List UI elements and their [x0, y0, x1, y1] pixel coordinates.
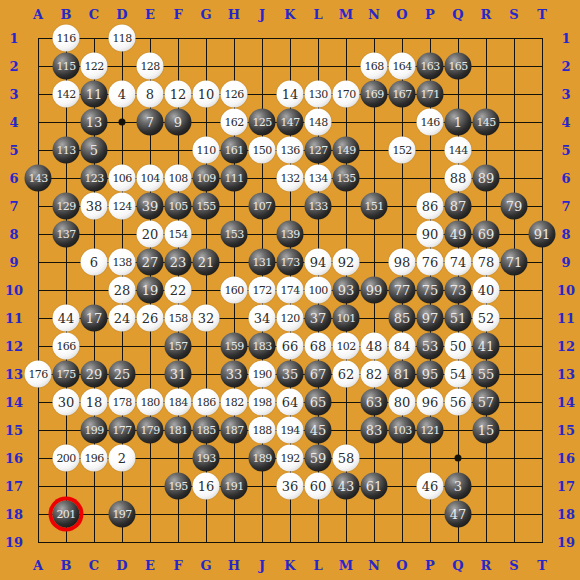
stone-C15[interactable]: 199 — [81, 417, 108, 444]
stone-H5[interactable]: 161 — [221, 137, 248, 164]
stone-E3[interactable]: 8 — [137, 81, 164, 108]
stone-D13[interactable]: 25 — [109, 361, 136, 388]
stone-D7[interactable]: 124 — [109, 193, 136, 220]
stone-N13[interactable]: 82 — [361, 361, 388, 388]
stone-D11[interactable]: 24 — [109, 305, 136, 332]
move-number: 50 — [450, 340, 467, 353]
move-number: 110 — [196, 145, 215, 156]
stone-H17[interactable]: 191 — [221, 473, 248, 500]
stone-Q18[interactable]: 47 — [445, 501, 472, 528]
move-number: 15 — [478, 424, 495, 437]
stone-M12[interactable]: 102 — [333, 333, 360, 360]
move-number: 106 — [112, 173, 131, 184]
stone-P7[interactable]: 86 — [417, 193, 444, 220]
stone-C3[interactable]: 11 — [81, 81, 108, 108]
move-number: 97 — [422, 312, 439, 325]
stone-H4[interactable]: 162 — [221, 109, 248, 136]
move-number: 126 — [224, 89, 243, 100]
stone-Q14[interactable]: 56 — [445, 389, 472, 416]
stone-H8[interactable]: 153 — [221, 221, 248, 248]
col-label-top-F: F — [173, 8, 182, 21]
stone-F12[interactable]: 157 — [165, 333, 192, 360]
stone-N7[interactable]: 151 — [361, 193, 388, 220]
stone-M6[interactable]: 135 — [333, 165, 360, 192]
stone-G9[interactable]: 21 — [193, 249, 220, 276]
stone-K16[interactable]: 192 — [277, 445, 304, 472]
stone-R15[interactable]: 15 — [473, 417, 500, 444]
stone-N10[interactable]: 99 — [361, 277, 388, 304]
col-label-top-C: C — [89, 8, 99, 21]
move-number: 163 — [420, 61, 439, 72]
stone-M5[interactable]: 149 — [333, 137, 360, 164]
stone-J4[interactable]: 125 — [249, 109, 276, 136]
stone-A13[interactable]: 176 — [25, 361, 52, 388]
row-label-left-16: 16 — [5, 452, 23, 465]
stone-P3[interactable]: 171 — [417, 81, 444, 108]
col-label-bottom-B: B — [61, 559, 72, 572]
stone-K10[interactable]: 174 — [277, 277, 304, 304]
stone-P9[interactable]: 76 — [417, 249, 444, 276]
stone-K12[interactable]: 66 — [277, 333, 304, 360]
stone-M11[interactable]: 101 — [333, 305, 360, 332]
col-label-top-M: M — [339, 8, 353, 21]
stone-R10[interactable]: 40 — [473, 277, 500, 304]
move-number: 56 — [450, 396, 467, 409]
stone-P13[interactable]: 95 — [417, 361, 444, 388]
move-number: 124 — [112, 201, 131, 212]
move-number: 131 — [252, 257, 271, 268]
stone-G5[interactable]: 110 — [193, 137, 220, 164]
move-number: 99 — [366, 284, 383, 297]
stone-C14[interactable]: 18 — [81, 389, 108, 416]
move-number: 6 — [90, 256, 98, 269]
stone-P2[interactable]: 163 — [417, 53, 444, 80]
stone-R12[interactable]: 41 — [473, 333, 500, 360]
row-label-right-15: 15 — [557, 424, 575, 437]
move-number: 142 — [56, 89, 75, 100]
move-number: 21 — [198, 256, 215, 269]
stone-L9[interactable]: 94 — [305, 249, 332, 276]
stone-C16[interactable]: 196 — [81, 445, 108, 472]
stone-D18[interactable]: 197 — [109, 501, 136, 528]
move-number: 157 — [168, 341, 187, 352]
col-label-top-B: B — [61, 8, 72, 21]
move-number: 60 — [310, 480, 327, 493]
stone-P4[interactable]: 146 — [417, 109, 444, 136]
row-label-right-10: 10 — [557, 284, 575, 297]
stone-K3[interactable]: 14 — [277, 81, 304, 108]
move-number: 128 — [140, 61, 159, 72]
stone-F8[interactable]: 154 — [165, 221, 192, 248]
stone-E8[interactable]: 20 — [137, 221, 164, 248]
stone-E6[interactable]: 104 — [137, 165, 164, 192]
stone-F4[interactable]: 9 — [165, 109, 192, 136]
stone-B11[interactable]: 44 — [53, 305, 80, 332]
stone-N12[interactable]: 48 — [361, 333, 388, 360]
col-label-top-R: R — [481, 8, 492, 21]
stone-L16[interactable]: 59 — [305, 445, 332, 472]
move-number: 96 — [422, 396, 439, 409]
move-number: 127 — [308, 145, 327, 156]
stone-P14[interactable]: 96 — [417, 389, 444, 416]
stone-F9[interactable]: 23 — [165, 249, 192, 276]
stone-B13[interactable]: 175 — [53, 361, 80, 388]
stone-L4[interactable]: 148 — [305, 109, 332, 136]
stone-M13[interactable]: 62 — [333, 361, 360, 388]
move-number: 84 — [394, 340, 411, 353]
stone-D6[interactable]: 106 — [109, 165, 136, 192]
move-number: 25 — [114, 368, 131, 381]
row-label-left-18: 18 — [5, 508, 23, 521]
stone-Q7[interactable]: 87 — [445, 193, 472, 220]
col-label-bottom-C: C — [89, 559, 99, 572]
move-number: 107 — [252, 201, 271, 212]
row-label-right-12: 12 — [557, 340, 575, 353]
stone-K4[interactable]: 147 — [277, 109, 304, 136]
move-number: 34 — [254, 312, 271, 325]
row-label-left-2: 2 — [9, 60, 18, 73]
move-number: 30 — [58, 396, 75, 409]
row-label-right-17: 17 — [557, 480, 575, 493]
stone-J5[interactable]: 150 — [249, 137, 276, 164]
stone-Q4[interactable]: 1 — [445, 109, 472, 136]
stone-C9[interactable]: 6 — [81, 249, 108, 276]
move-number: 182 — [224, 397, 243, 408]
stone-H6[interactable]: 111 — [221, 165, 248, 192]
stone-J15[interactable]: 188 — [249, 417, 276, 444]
stone-K14[interactable]: 64 — [277, 389, 304, 416]
stone-J9[interactable]: 131 — [249, 249, 276, 276]
row-label-right-8: 8 — [561, 228, 570, 241]
stone-P17[interactable]: 46 — [417, 473, 444, 500]
row-label-left-19: 19 — [5, 536, 23, 549]
stone-E15[interactable]: 179 — [137, 417, 164, 444]
stone-R9[interactable]: 78 — [473, 249, 500, 276]
stone-Q11[interactable]: 51 — [445, 305, 472, 332]
stone-C6[interactable]: 123 — [81, 165, 108, 192]
stone-B18[interactable]: 201 — [53, 501, 80, 528]
move-number: 179 — [140, 425, 159, 436]
stone-L17[interactable]: 60 — [305, 473, 332, 500]
stone-D10[interactable]: 28 — [109, 277, 136, 304]
stone-F11[interactable]: 158 — [165, 305, 192, 332]
move-number: 22 — [170, 284, 187, 297]
stone-F6[interactable]: 108 — [165, 165, 192, 192]
stone-G7[interactable]: 155 — [193, 193, 220, 220]
stone-G14[interactable]: 186 — [193, 389, 220, 416]
col-label-bottom-A: A — [33, 559, 43, 572]
move-number: 32 — [198, 312, 215, 325]
stone-M9[interactable]: 92 — [333, 249, 360, 276]
stone-J14[interactable]: 198 — [249, 389, 276, 416]
stone-L10[interactable]: 100 — [305, 277, 332, 304]
stone-E14[interactable]: 180 — [137, 389, 164, 416]
stone-O9[interactable]: 98 — [389, 249, 416, 276]
stone-O15[interactable]: 103 — [389, 417, 416, 444]
col-label-bottom-E: E — [145, 559, 155, 572]
move-number: 198 — [252, 397, 271, 408]
stone-B1[interactable]: 116 — [53, 25, 80, 52]
stone-D3[interactable]: 4 — [109, 81, 136, 108]
move-number: 49 — [450, 228, 467, 241]
stone-H13[interactable]: 33 — [221, 361, 248, 388]
move-number: 153 — [224, 229, 243, 240]
move-number: 33 — [226, 368, 243, 381]
move-number: 135 — [336, 173, 355, 184]
stone-J7[interactable]: 107 — [249, 193, 276, 220]
stone-E9[interactable]: 27 — [137, 249, 164, 276]
move-number: 116 — [56, 33, 75, 44]
stone-E4[interactable]: 7 — [137, 109, 164, 136]
stone-B2[interactable]: 115 — [53, 53, 80, 80]
col-label-top-Q: Q — [452, 8, 463, 21]
stone-D16[interactable]: 2 — [109, 445, 136, 472]
stone-P8[interactable]: 90 — [417, 221, 444, 248]
col-label-top-P: P — [425, 8, 435, 21]
move-number: 176 — [28, 369, 47, 380]
stone-F13[interactable]: 31 — [165, 361, 192, 388]
stone-B5[interactable]: 113 — [53, 137, 80, 164]
star-point-Q16 — [455, 455, 462, 462]
stone-G6[interactable]: 109 — [193, 165, 220, 192]
go-board-diagram: AABBCCDDEEFFGGHHJJKKLLMMNNOOPPQQRRSSTT11… — [0, 0, 580, 580]
stone-R14[interactable]: 57 — [473, 389, 500, 416]
stone-L3[interactable]: 130 — [305, 81, 332, 108]
stone-P15[interactable]: 121 — [417, 417, 444, 444]
move-number: 134 — [308, 173, 327, 184]
stone-J10[interactable]: 172 — [249, 277, 276, 304]
stone-M17[interactable]: 43 — [333, 473, 360, 500]
stone-N14[interactable]: 63 — [361, 389, 388, 416]
stone-N17[interactable]: 61 — [361, 473, 388, 500]
stone-G15[interactable]: 185 — [193, 417, 220, 444]
grid-line-vertical — [542, 38, 543, 543]
stone-P12[interactable]: 53 — [417, 333, 444, 360]
stone-L13[interactable]: 67 — [305, 361, 332, 388]
col-label-bottom-T: T — [537, 559, 547, 572]
stone-Q13[interactable]: 54 — [445, 361, 472, 388]
move-number: 143 — [28, 173, 47, 184]
move-number: 53 — [422, 340, 439, 353]
row-label-left-8: 8 — [9, 228, 18, 241]
move-number: 67 — [310, 368, 327, 381]
stone-B12[interactable]: 166 — [53, 333, 80, 360]
stone-O12[interactable]: 84 — [389, 333, 416, 360]
stone-G17[interactable]: 16 — [193, 473, 220, 500]
stone-F10[interactable]: 22 — [165, 277, 192, 304]
stone-C5[interactable]: 5 — [81, 137, 108, 164]
stone-H10[interactable]: 160 — [221, 277, 248, 304]
stone-E10[interactable]: 19 — [137, 277, 164, 304]
col-label-bottom-R: R — [481, 559, 492, 572]
stone-L5[interactable]: 127 — [305, 137, 332, 164]
move-number: 92 — [338, 256, 355, 269]
move-number: 184 — [168, 397, 187, 408]
stone-K17[interactable]: 36 — [277, 473, 304, 500]
stone-G3[interactable]: 10 — [193, 81, 220, 108]
stone-G11[interactable]: 32 — [193, 305, 220, 332]
stone-Q5[interactable]: 144 — [445, 137, 472, 164]
move-number: 148 — [308, 117, 327, 128]
stone-O11[interactable]: 85 — [389, 305, 416, 332]
stone-H3[interactable]: 126 — [221, 81, 248, 108]
move-number: 186 — [196, 397, 215, 408]
stone-O10[interactable]: 77 — [389, 277, 416, 304]
col-label-bottom-G: G — [200, 559, 211, 572]
move-number: 195 — [168, 481, 187, 492]
row-label-left-9: 9 — [9, 256, 18, 269]
stone-S9[interactable]: 71 — [501, 249, 528, 276]
stone-R11[interactable]: 52 — [473, 305, 500, 332]
stone-O14[interactable]: 80 — [389, 389, 416, 416]
stone-L7[interactable]: 133 — [305, 193, 332, 220]
stone-C7[interactable]: 38 — [81, 193, 108, 220]
stone-F3[interactable]: 12 — [165, 81, 192, 108]
move-number: 7 — [146, 116, 154, 129]
stone-K6[interactable]: 132 — [277, 165, 304, 192]
stone-K8[interactable]: 139 — [277, 221, 304, 248]
stone-D15[interactable]: 177 — [109, 417, 136, 444]
move-number: 111 — [224, 173, 243, 184]
move-number: 45 — [310, 424, 327, 437]
stone-M16[interactable]: 58 — [333, 445, 360, 472]
stone-Q10[interactable]: 73 — [445, 277, 472, 304]
stone-Q17[interactable]: 3 — [445, 473, 472, 500]
stone-M10[interactable]: 93 — [333, 277, 360, 304]
col-label-bottom-O: O — [396, 559, 407, 572]
stone-K11[interactable]: 120 — [277, 305, 304, 332]
move-number: 27 — [142, 256, 159, 269]
stone-H14[interactable]: 182 — [221, 389, 248, 416]
stone-C2[interactable]: 122 — [81, 53, 108, 80]
move-number: 158 — [168, 313, 187, 324]
stone-C4[interactable]: 13 — [81, 109, 108, 136]
stone-H12[interactable]: 159 — [221, 333, 248, 360]
stone-L12[interactable]: 68 — [305, 333, 332, 360]
stone-O5[interactable]: 152 — [389, 137, 416, 164]
move-number: 171 — [420, 89, 439, 100]
stone-T8[interactable]: 91 — [529, 221, 556, 248]
stone-J16[interactable]: 189 — [249, 445, 276, 472]
stone-D14[interactable]: 178 — [109, 389, 136, 416]
stone-J12[interactable]: 183 — [249, 333, 276, 360]
row-label-left-10: 10 — [5, 284, 23, 297]
move-number: 167 — [392, 89, 411, 100]
stone-K13[interactable]: 35 — [277, 361, 304, 388]
move-number: 149 — [336, 145, 355, 156]
move-number: 37 — [310, 312, 327, 325]
stone-F7[interactable]: 105 — [165, 193, 192, 220]
row-label-left-15: 15 — [5, 424, 23, 437]
stone-E7[interactable]: 39 — [137, 193, 164, 220]
stone-H15[interactable]: 187 — [221, 417, 248, 444]
stone-Q8[interactable]: 49 — [445, 221, 472, 248]
move-number: 39 — [142, 200, 159, 213]
stone-L14[interactable]: 65 — [305, 389, 332, 416]
stone-C11[interactable]: 17 — [81, 305, 108, 332]
move-number: 102 — [336, 341, 355, 352]
move-number: 65 — [310, 396, 327, 409]
stone-R13[interactable]: 55 — [473, 361, 500, 388]
move-number: 121 — [420, 425, 439, 436]
move-number: 164 — [392, 61, 411, 72]
stone-R4[interactable]: 145 — [473, 109, 500, 136]
stone-Q9[interactable]: 74 — [445, 249, 472, 276]
stone-E11[interactable]: 26 — [137, 305, 164, 332]
stone-J11[interactable]: 34 — [249, 305, 276, 332]
row-label-right-18: 18 — [557, 508, 575, 521]
stone-J13[interactable]: 190 — [249, 361, 276, 388]
stone-F14[interactable]: 184 — [165, 389, 192, 416]
stone-N15[interactable]: 83 — [361, 417, 388, 444]
stone-O13[interactable]: 81 — [389, 361, 416, 388]
stone-Q2[interactable]: 165 — [445, 53, 472, 80]
move-number: 137 — [56, 229, 75, 240]
stone-N2[interactable]: 168 — [361, 53, 388, 80]
move-number: 139 — [280, 229, 299, 240]
stone-K9[interactable]: 173 — [277, 249, 304, 276]
stone-Q6[interactable]: 88 — [445, 165, 472, 192]
stone-B7[interactable]: 129 — [53, 193, 80, 220]
col-label-bottom-P: P — [425, 559, 435, 572]
stone-B16[interactable]: 200 — [53, 445, 80, 472]
stone-F15[interactable]: 181 — [165, 417, 192, 444]
move-number: 5 — [90, 144, 98, 157]
stone-A6[interactable]: 143 — [25, 165, 52, 192]
move-number: 200 — [56, 453, 75, 464]
stone-Q12[interactable]: 50 — [445, 333, 472, 360]
stone-C13[interactable]: 29 — [81, 361, 108, 388]
stone-K15[interactable]: 194 — [277, 417, 304, 444]
stone-B8[interactable]: 137 — [53, 221, 80, 248]
stone-L6[interactable]: 134 — [305, 165, 332, 192]
move-number: 151 — [364, 201, 383, 212]
move-number: 19 — [142, 284, 159, 297]
stone-R8[interactable]: 69 — [473, 221, 500, 248]
stone-M3[interactable]: 170 — [333, 81, 360, 108]
stone-L11[interactable]: 37 — [305, 305, 332, 332]
move-number: 40 — [478, 284, 495, 297]
stone-N3[interactable]: 169 — [361, 81, 388, 108]
stone-B14[interactable]: 30 — [53, 389, 80, 416]
stone-O2[interactable]: 164 — [389, 53, 416, 80]
stone-K5[interactable]: 136 — [277, 137, 304, 164]
stone-B3[interactable]: 142 — [53, 81, 80, 108]
stone-E2[interactable]: 128 — [137, 53, 164, 80]
stone-P11[interactable]: 97 — [417, 305, 444, 332]
stone-P10[interactable]: 75 — [417, 277, 444, 304]
stone-R6[interactable]: 89 — [473, 165, 500, 192]
move-number: 29 — [86, 368, 103, 381]
stone-S7[interactable]: 79 — [501, 193, 528, 220]
col-label-top-T: T — [537, 8, 547, 21]
stone-G16[interactable]: 193 — [193, 445, 220, 472]
col-label-top-A: A — [33, 8, 43, 21]
go-board[interactable]: AABBCCDDEEFFGGHHJJKKLLMMNNOOPPQQRRSSTT11… — [0, 0, 580, 580]
stone-F17[interactable]: 195 — [165, 473, 192, 500]
move-number: 113 — [56, 145, 75, 156]
stone-O3[interactable]: 167 — [389, 81, 416, 108]
move-number: 13 — [86, 116, 103, 129]
stone-D9[interactable]: 138 — [109, 249, 136, 276]
move-number: 68 — [310, 340, 327, 353]
move-number: 123 — [84, 173, 103, 184]
stone-L15[interactable]: 45 — [305, 417, 332, 444]
col-label-top-H: H — [228, 8, 240, 21]
move-number: 183 — [252, 341, 271, 352]
stone-D1[interactable]: 118 — [109, 25, 136, 52]
move-number: 136 — [280, 145, 299, 156]
